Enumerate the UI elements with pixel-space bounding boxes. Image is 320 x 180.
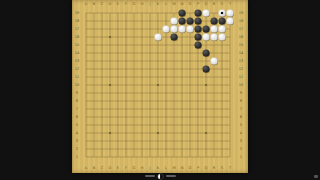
star-point bbox=[109, 36, 111, 38]
coordinate-label: 13 bbox=[239, 59, 244, 63]
coordinate-label: H bbox=[141, 2, 144, 6]
stone-black[interactable] bbox=[194, 9, 202, 17]
coordinate-label: B bbox=[93, 2, 96, 6]
coordinate-label: 8 bbox=[240, 99, 243, 103]
coordinate-label: S bbox=[221, 166, 224, 170]
go-stone-icon[interactable] bbox=[158, 174, 163, 179]
stone-black[interactable] bbox=[218, 17, 226, 25]
coordinate-label: 8 bbox=[76, 99, 79, 103]
coordinate-label: 18 bbox=[239, 19, 244, 23]
star-point bbox=[109, 84, 111, 86]
coordinate-label: B bbox=[93, 166, 96, 170]
coordinate-label: 15 bbox=[239, 43, 244, 47]
coordinate-label: 9 bbox=[240, 91, 243, 95]
stone-black[interactable] bbox=[194, 33, 202, 41]
coordinate-label: F bbox=[125, 166, 127, 170]
coordinate-label: 11 bbox=[239, 75, 244, 79]
stone-black[interactable] bbox=[210, 17, 218, 25]
coordinate-label: 12 bbox=[239, 67, 244, 71]
coordinate-label: 9 bbox=[76, 91, 79, 95]
coordinate-label: 3 bbox=[240, 139, 242, 143]
coordinate-label: J bbox=[148, 2, 150, 6]
coordinate-label: E bbox=[117, 166, 120, 170]
last-move-marker bbox=[221, 12, 223, 14]
coordinate-label: J bbox=[148, 166, 150, 170]
coordinate-label: 4 bbox=[240, 131, 243, 135]
stone-white[interactable] bbox=[162, 25, 170, 33]
stone-white[interactable] bbox=[202, 33, 210, 41]
stone-black[interactable] bbox=[178, 9, 186, 17]
coordinate-label: 4 bbox=[76, 131, 79, 135]
coordinate-label: M bbox=[172, 166, 175, 170]
coordinate-label: 15 bbox=[75, 43, 80, 47]
coordinate-label: 2 bbox=[240, 147, 242, 151]
stone-white[interactable] bbox=[218, 25, 226, 33]
stone-white[interactable] bbox=[210, 25, 218, 33]
coordinate-label: G bbox=[133, 166, 136, 170]
coordinate-label: 13 bbox=[75, 59, 80, 63]
coordinate-label: 14 bbox=[239, 51, 244, 55]
coordinate-label: E bbox=[117, 2, 120, 6]
coordinate-label: F bbox=[125, 2, 127, 6]
stone-black[interactable] bbox=[186, 17, 194, 25]
status-label-right bbox=[166, 175, 176, 177]
coordinate-label: 11 bbox=[75, 75, 80, 79]
stone-white[interactable] bbox=[170, 17, 178, 25]
coordinate-label: Q bbox=[205, 166, 208, 170]
coordinate-label: A bbox=[85, 166, 88, 170]
coordinate-label: 6 bbox=[240, 115, 243, 119]
coordinate-label: 17 bbox=[75, 27, 80, 31]
coordinate-label: T bbox=[228, 166, 232, 170]
stone-black[interactable] bbox=[170, 33, 178, 41]
coordinate-label: T bbox=[228, 2, 232, 6]
stone-white[interactable] bbox=[186, 25, 194, 33]
settings-icon[interactable] bbox=[314, 175, 318, 178]
stone-white[interactable] bbox=[226, 17, 234, 25]
stone-white[interactable] bbox=[210, 57, 218, 65]
coordinate-label: R bbox=[213, 2, 216, 6]
coordinate-label: D bbox=[109, 166, 112, 170]
coordinate-label: N bbox=[181, 2, 184, 6]
stone-black[interactable] bbox=[194, 25, 202, 33]
coordinate-label: A bbox=[85, 2, 88, 6]
coordinate-label: 1 bbox=[240, 155, 242, 159]
star-point bbox=[157, 84, 159, 86]
coordinate-label: 18 bbox=[75, 19, 80, 23]
stone-black[interactable] bbox=[202, 25, 210, 33]
stone-white[interactable] bbox=[154, 33, 162, 41]
stone-white[interactable] bbox=[178, 25, 186, 33]
app-background: AABBCCDDEEFFGGHHJJKKLLMMNNOOPPQQRRSSTT19… bbox=[0, 0, 320, 180]
coordinate-label: H bbox=[141, 166, 144, 170]
coordinate-label: G bbox=[133, 2, 136, 6]
coordinate-label: 17 bbox=[239, 27, 244, 31]
coordinate-label: 19 bbox=[239, 11, 244, 15]
coordinate-label: 14 bbox=[75, 51, 80, 55]
coordinate-label: 1 bbox=[76, 155, 78, 159]
coordinate-label: 2 bbox=[76, 147, 78, 151]
coordinate-label: C bbox=[101, 2, 104, 6]
coordinate-label: M bbox=[172, 2, 175, 6]
coordinate-label: 16 bbox=[239, 35, 244, 39]
coordinate-label: S bbox=[221, 2, 224, 6]
coordinate-label: 19 bbox=[75, 11, 80, 15]
stone-black[interactable] bbox=[202, 65, 210, 73]
coordinate-label: D bbox=[109, 2, 112, 6]
coordinate-label: Q bbox=[205, 2, 208, 6]
star-point bbox=[205, 84, 207, 86]
status-label-left bbox=[145, 175, 155, 177]
go-board[interactable]: AABBCCDDEEFFGGHHJJKKLLMMNNOOPPQQRRSSTT19… bbox=[72, 0, 248, 173]
coordinate-label: 5 bbox=[240, 123, 242, 127]
coordinate-label: 10 bbox=[75, 83, 80, 87]
stone-white[interactable] bbox=[226, 9, 234, 17]
coordinate-label: 6 bbox=[76, 115, 79, 119]
coordinate-label: P bbox=[197, 166, 200, 170]
coordinate-label: O bbox=[189, 166, 192, 170]
coordinate-label: 10 bbox=[239, 83, 244, 87]
stone-white[interactable] bbox=[170, 25, 178, 33]
coordinate-label: R bbox=[213, 166, 216, 170]
star-point bbox=[205, 132, 207, 134]
coordinate-label: 16 bbox=[75, 35, 80, 39]
goban-svg[interactable]: AABBCCDDEEFFGGHHJJKKLLMMNNOOPPQQRRSSTT19… bbox=[72, 0, 248, 173]
stone-white[interactable] bbox=[218, 33, 226, 41]
coordinate-label: 3 bbox=[76, 139, 78, 143]
star-point bbox=[109, 132, 111, 134]
status-bar bbox=[0, 172, 320, 180]
coordinate-label: N bbox=[181, 166, 184, 170]
coordinate-label: L bbox=[165, 166, 167, 170]
stone-white[interactable] bbox=[202, 9, 210, 17]
coordinate-label: 12 bbox=[75, 67, 80, 71]
coordinate-label: 7 bbox=[76, 107, 78, 111]
coordinate-label: C bbox=[101, 166, 104, 170]
stone-black[interactable] bbox=[202, 49, 210, 57]
coordinate-label: K bbox=[157, 2, 160, 6]
coordinate-label: O bbox=[189, 2, 192, 6]
coordinate-label: K bbox=[157, 166, 160, 170]
stone-white[interactable] bbox=[210, 33, 218, 41]
stone-black[interactable] bbox=[194, 17, 202, 25]
stone-black[interactable] bbox=[194, 41, 202, 49]
coordinate-label: P bbox=[197, 2, 200, 6]
coordinate-label: 7 bbox=[240, 107, 242, 111]
star-point bbox=[157, 132, 159, 134]
stone-black[interactable] bbox=[178, 17, 186, 25]
coordinate-label: L bbox=[165, 2, 167, 6]
coordinate-label: 5 bbox=[76, 123, 78, 127]
